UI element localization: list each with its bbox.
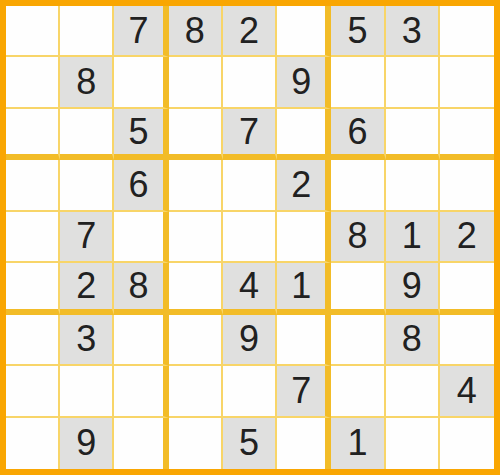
cell-r4c8[interactable]: [386, 160, 440, 211]
cell-r8c6[interactable]: 7: [277, 366, 331, 417]
cell-r8c8[interactable]: [386, 366, 440, 417]
cell-r4c5[interactable]: [223, 160, 277, 211]
cell-r8c9[interactable]: 4: [440, 366, 494, 417]
cell-r5c7[interactable]: 8: [331, 212, 385, 263]
cell-r6c7[interactable]: [331, 263, 385, 314]
cell-r4c9[interactable]: [440, 160, 494, 211]
cell-r2c5[interactable]: [223, 57, 277, 108]
cell-r3c1[interactable]: [6, 109, 60, 160]
cell-r4c6[interactable]: 2: [277, 160, 331, 211]
cell-r7c7[interactable]: [331, 315, 385, 366]
sudoku-frame: 78253895766278122841939874951: [0, 0, 500, 475]
cell-r9c5[interactable]: 5: [223, 418, 277, 469]
cell-r5c3[interactable]: [114, 212, 168, 263]
cell-r7c6[interactable]: [277, 315, 331, 366]
cell-r1c5[interactable]: 2: [223, 6, 277, 57]
cell-r9c6[interactable]: [277, 418, 331, 469]
cell-r7c4[interactable]: [169, 315, 223, 366]
cell-r8c1[interactable]: [6, 366, 60, 417]
cell-r5c2[interactable]: 7: [60, 212, 114, 263]
cell-r2c3[interactable]: [114, 57, 168, 108]
cell-r3c9[interactable]: [440, 109, 494, 160]
cell-r7c9[interactable]: [440, 315, 494, 366]
cell-r9c7[interactable]: 1: [331, 418, 385, 469]
cell-r5c8[interactable]: 1: [386, 212, 440, 263]
cell-r7c2[interactable]: 3: [60, 315, 114, 366]
cell-r1c1[interactable]: [6, 6, 60, 57]
cell-r3c8[interactable]: [386, 109, 440, 160]
cell-r7c8[interactable]: 8: [386, 315, 440, 366]
cell-r7c1[interactable]: [6, 315, 60, 366]
cell-r4c2[interactable]: [60, 160, 114, 211]
cell-r1c8[interactable]: 3: [386, 6, 440, 57]
cell-r6c3[interactable]: 8: [114, 263, 168, 314]
cell-r2c9[interactable]: [440, 57, 494, 108]
cell-r8c7[interactable]: [331, 366, 385, 417]
cell-r3c4[interactable]: [169, 109, 223, 160]
sudoku-board: 78253895766278122841939874951: [6, 6, 494, 469]
cell-r7c3[interactable]: [114, 315, 168, 366]
cell-r5c1[interactable]: [6, 212, 60, 263]
cell-r6c9[interactable]: [440, 263, 494, 314]
cell-r6c6[interactable]: 1: [277, 263, 331, 314]
cell-r2c6[interactable]: 9: [277, 57, 331, 108]
cell-r8c5[interactable]: [223, 366, 277, 417]
cell-r9c1[interactable]: [6, 418, 60, 469]
cell-r7c5[interactable]: 9: [223, 315, 277, 366]
cell-r5c9[interactable]: 2: [440, 212, 494, 263]
cell-r9c2[interactable]: 9: [60, 418, 114, 469]
cell-r9c8[interactable]: [386, 418, 440, 469]
cell-r9c3[interactable]: [114, 418, 168, 469]
cell-r8c4[interactable]: [169, 366, 223, 417]
cell-r2c1[interactable]: [6, 57, 60, 108]
cell-r6c5[interactable]: 4: [223, 263, 277, 314]
cell-r4c4[interactable]: [169, 160, 223, 211]
cell-r1c9[interactable]: [440, 6, 494, 57]
cell-r6c1[interactable]: [6, 263, 60, 314]
cell-r6c8[interactable]: 9: [386, 263, 440, 314]
cell-r6c4[interactable]: [169, 263, 223, 314]
cell-r1c4[interactable]: 8: [169, 6, 223, 57]
cell-r5c5[interactable]: [223, 212, 277, 263]
cell-r4c3[interactable]: 6: [114, 160, 168, 211]
cell-r6c2[interactable]: 2: [60, 263, 114, 314]
cell-r5c6[interactable]: [277, 212, 331, 263]
cell-r2c4[interactable]: [169, 57, 223, 108]
cell-r8c2[interactable]: [60, 366, 114, 417]
cell-r2c8[interactable]: [386, 57, 440, 108]
cell-r1c7[interactable]: 5: [331, 6, 385, 57]
cell-r1c6[interactable]: [277, 6, 331, 57]
cell-r3c5[interactable]: 7: [223, 109, 277, 160]
cell-r4c7[interactable]: [331, 160, 385, 211]
cell-r5c4[interactable]: [169, 212, 223, 263]
cell-r3c7[interactable]: 6: [331, 109, 385, 160]
cell-r2c2[interactable]: 8: [60, 57, 114, 108]
cell-r9c4[interactable]: [169, 418, 223, 469]
cell-r9c9[interactable]: [440, 418, 494, 469]
cell-r4c1[interactable]: [6, 160, 60, 211]
cell-r8c3[interactable]: [114, 366, 168, 417]
cell-r3c2[interactable]: [60, 109, 114, 160]
cell-r2c7[interactable]: [331, 57, 385, 108]
cell-r1c2[interactable]: [60, 6, 114, 57]
cell-r3c3[interactable]: 5: [114, 109, 168, 160]
cell-r1c3[interactable]: 7: [114, 6, 168, 57]
cell-r3c6[interactable]: [277, 109, 331, 160]
